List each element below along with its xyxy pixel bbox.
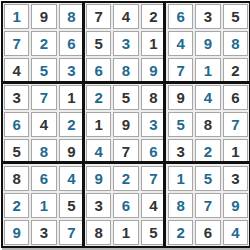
cell-r5c2[interactable]: 4: [31, 112, 56, 137]
cell-r6c3[interactable]: 9: [59, 139, 84, 164]
digit-entered: 1: [40, 198, 48, 213]
cell-r5c1[interactable]: 6: [4, 112, 29, 137]
digit-given: 1: [231, 144, 239, 159]
digit-entered: 4: [204, 90, 212, 105]
digit-entered: 6: [122, 198, 130, 213]
digit-entered: 5: [40, 63, 48, 78]
cell-r1c3[interactable]: 8: [59, 4, 84, 29]
cell-r1c9[interactable]: 5: [223, 4, 248, 29]
cell-r7c4[interactable]: 9: [86, 166, 111, 191]
digit-entered: 8: [40, 144, 48, 159]
cell-r4c7[interactable]: 9: [168, 85, 193, 110]
digit-given: 5: [149, 225, 157, 240]
cell-r6c1[interactable]: 5: [4, 139, 29, 164]
digit-given: 5: [231, 9, 239, 24]
digit-entered: 8: [67, 9, 75, 24]
cell-r5c9[interactable]: 7: [223, 112, 248, 137]
cell-r1c4[interactable]: 7: [86, 4, 111, 29]
sudoku-board: 1987426357265314984536897123712589466421…: [1, 1, 250, 248]
cell-r9c3[interactable]: 7: [59, 220, 84, 245]
cell-r7c7[interactable]: 1: [168, 166, 193, 191]
digit-entered: 2: [12, 198, 20, 213]
digit-given: 9: [67, 144, 75, 159]
cell-r3c3[interactable]: 3: [59, 58, 84, 83]
cell-r3c5[interactable]: 8: [113, 58, 138, 83]
digit-entered: 2: [122, 171, 130, 186]
digit-given: 9: [40, 9, 48, 24]
digit-entered: 3: [67, 63, 75, 78]
digit-given: 8: [94, 225, 102, 240]
cell-r1c7[interactable]: 6: [168, 4, 193, 29]
digit-given: 9: [176, 90, 184, 105]
cell-r3c7[interactable]: 7: [168, 58, 193, 83]
digit-entered: 7: [12, 36, 20, 51]
cell-r6c7[interactable]: 3: [168, 139, 193, 164]
cell-r4c2[interactable]: 7: [31, 85, 56, 110]
digit-entered: 6: [67, 36, 75, 51]
cell-r8c4[interactable]: 3: [86, 193, 111, 218]
cell-r1c2[interactable]: 9: [31, 4, 56, 29]
digit-given: 4: [40, 117, 48, 132]
cell-r9c5[interactable]: 1: [113, 220, 138, 245]
digit-given: 1: [67, 90, 75, 105]
cell-r6c8[interactable]: 2: [195, 139, 220, 164]
digit-entered: 5: [176, 117, 184, 132]
cell-r8c8[interactable]: 7: [195, 193, 220, 218]
cell-r3c9[interactable]: 2: [223, 58, 248, 83]
digit-entered: 2: [204, 144, 212, 159]
digit-given: 2: [149, 9, 157, 24]
cell-r3c6[interactable]: 9: [141, 58, 166, 83]
digit-entered: 7: [67, 225, 75, 240]
digit-entered: 6: [12, 117, 20, 132]
cell-r2c8[interactable]: 9: [195, 31, 220, 56]
digit-entered: 9: [94, 171, 102, 186]
digit-given: 3: [176, 144, 184, 159]
cell-r1c6[interactable]: 2: [141, 4, 166, 29]
digit-entered: 7: [176, 63, 184, 78]
digit-given: 6: [204, 225, 212, 240]
cell-r4c4[interactable]: 2: [86, 85, 111, 110]
digit-entered: 3: [122, 36, 130, 51]
digit-entered: 4: [176, 36, 184, 51]
digit-entered: 3: [149, 117, 157, 132]
cell-r3c2[interactable]: 5: [31, 58, 56, 83]
cell-r2c1[interactable]: 7: [4, 31, 29, 56]
cell-r2c7[interactable]: 4: [168, 31, 193, 56]
digit-given: 4: [149, 198, 157, 213]
cell-r6c6[interactable]: 6: [141, 139, 166, 164]
digit-given: 6: [231, 90, 239, 105]
digit-entered: 7: [40, 90, 48, 105]
digit-given: 8: [12, 171, 20, 186]
digit-given: 3: [12, 90, 20, 105]
digit-given: 5: [12, 144, 20, 159]
cell-r5c5[interactable]: 9: [113, 112, 138, 137]
cell-r9c6[interactable]: 5: [141, 220, 166, 245]
cell-r5c4[interactable]: 1: [86, 112, 111, 137]
digit-given: 8: [204, 117, 212, 132]
cell-r7c6[interactable]: 7: [141, 166, 166, 191]
cell-r7c2[interactable]: 6: [31, 166, 56, 191]
digit-entered: 6: [94, 63, 102, 78]
cell-r2c9[interactable]: 8: [223, 31, 248, 56]
digit-entered: 7: [231, 117, 239, 132]
cell-r9c8[interactable]: 6: [195, 220, 220, 245]
cell-r8c6[interactable]: 4: [141, 193, 166, 218]
cell-r3c8[interactable]: 1: [195, 58, 220, 83]
cell-r7c3[interactable]: 4: [59, 166, 84, 191]
cell-r3c1[interactable]: 4: [4, 58, 29, 83]
digit-given: 5: [94, 36, 102, 51]
digit-entered: 6: [176, 9, 184, 24]
cell-r8c2[interactable]: 1: [31, 193, 56, 218]
cell-r2c2[interactable]: 2: [31, 31, 56, 56]
digit-given: 3: [204, 9, 212, 24]
cell-r9c2[interactable]: 3: [31, 220, 56, 245]
digit-entered: 6: [40, 171, 48, 186]
digit-entered: 8: [231, 36, 239, 51]
cell-r8c9[interactable]: 9: [223, 193, 248, 218]
cell-r3c4[interactable]: 6: [86, 58, 111, 83]
digit-given: 4: [122, 9, 130, 24]
digit-entered: 8: [122, 63, 130, 78]
digit-given: 7: [94, 9, 102, 24]
cell-r4c5[interactable]: 5: [113, 85, 138, 110]
cell-r2c4[interactable]: 5: [86, 31, 111, 56]
digit-given: 1: [94, 117, 102, 132]
digit-entered: 1: [204, 63, 212, 78]
cell-r1c5[interactable]: 4: [113, 4, 138, 29]
cell-r6c2[interactable]: 8: [31, 139, 56, 164]
digit-entered: 7: [204, 198, 212, 213]
cell-r6c4[interactable]: 4: [86, 139, 111, 164]
cell-r1c8[interactable]: 3: [195, 4, 220, 29]
cell-r9c1[interactable]: 9: [4, 220, 29, 245]
cell-r5c7[interactable]: 5: [168, 112, 193, 137]
cell-r8c7[interactable]: 8: [168, 193, 193, 218]
digit-entered: 1: [12, 9, 20, 24]
cell-r6c5[interactable]: 7: [113, 139, 138, 164]
cell-r9c9[interactable]: 4: [223, 220, 248, 245]
digit-given: 8: [149, 90, 157, 105]
cell-r7c8[interactable]: 5: [195, 166, 220, 191]
digit-given: 2: [231, 63, 239, 78]
digit-entered: 5: [204, 171, 212, 186]
cell-r2c5[interactable]: 3: [113, 31, 138, 56]
sudoku-grid: 1987426357265314984536897123712589466421…: [3, 3, 249, 246]
cell-r2c6[interactable]: 1: [141, 31, 166, 56]
digit-given: 1: [149, 36, 157, 51]
cell-r2c3[interactable]: 6: [59, 31, 84, 56]
digit-given: 9: [122, 117, 130, 132]
cell-r7c9[interactable]: 3: [223, 166, 248, 191]
digit-entered: 2: [176, 225, 184, 240]
cell-r8c1[interactable]: 2: [4, 193, 29, 218]
digit-given: 1: [122, 225, 130, 240]
cell-r8c3[interactable]: 5: [59, 193, 84, 218]
cell-r7c1[interactable]: 8: [4, 166, 29, 191]
cell-r5c3[interactable]: 2: [59, 112, 84, 137]
digit-given: 3: [231, 171, 239, 186]
cell-r4c9[interactable]: 6: [223, 85, 248, 110]
digit-entered: 2: [67, 117, 75, 132]
digit-entered: 9: [231, 198, 239, 213]
cell-r9c7[interactable]: 2: [168, 220, 193, 245]
digit-given: 4: [12, 63, 20, 78]
cell-r4c1[interactable]: 3: [4, 85, 29, 110]
digit-entered: 2: [40, 36, 48, 51]
cell-r7c5[interactable]: 2: [113, 166, 138, 191]
cell-r5c8[interactable]: 8: [195, 112, 220, 137]
digit-entered: 9: [12, 225, 20, 240]
digit-entered: 1: [176, 171, 184, 186]
cell-r4c3[interactable]: 1: [59, 85, 84, 110]
digit-given: 5: [122, 90, 130, 105]
digit-given: 3: [40, 225, 48, 240]
digit-entered: 6: [149, 144, 157, 159]
digit-given: 7: [122, 144, 130, 159]
digit-entered: 7: [149, 171, 157, 186]
digit-entered: 8: [176, 198, 184, 213]
digit-entered: 9: [149, 63, 157, 78]
digit-given: 3: [94, 198, 102, 213]
cell-r5c6[interactable]: 3: [141, 112, 166, 137]
cell-r9c4[interactable]: 8: [86, 220, 111, 245]
digit-entered: 4: [231, 225, 239, 240]
digit-entered: 4: [94, 144, 102, 159]
digit-entered: 2: [94, 90, 102, 105]
cell-r4c6[interactable]: 8: [141, 85, 166, 110]
cell-r6c9[interactable]: 1: [223, 139, 248, 164]
digit-entered: 9: [204, 36, 212, 51]
cell-r1c1[interactable]: 1: [4, 4, 29, 29]
digit-entered: 4: [67, 171, 75, 186]
cell-r4c8[interactable]: 4: [195, 85, 220, 110]
cell-r8c5[interactable]: 6: [113, 193, 138, 218]
digit-given: 5: [67, 198, 75, 213]
